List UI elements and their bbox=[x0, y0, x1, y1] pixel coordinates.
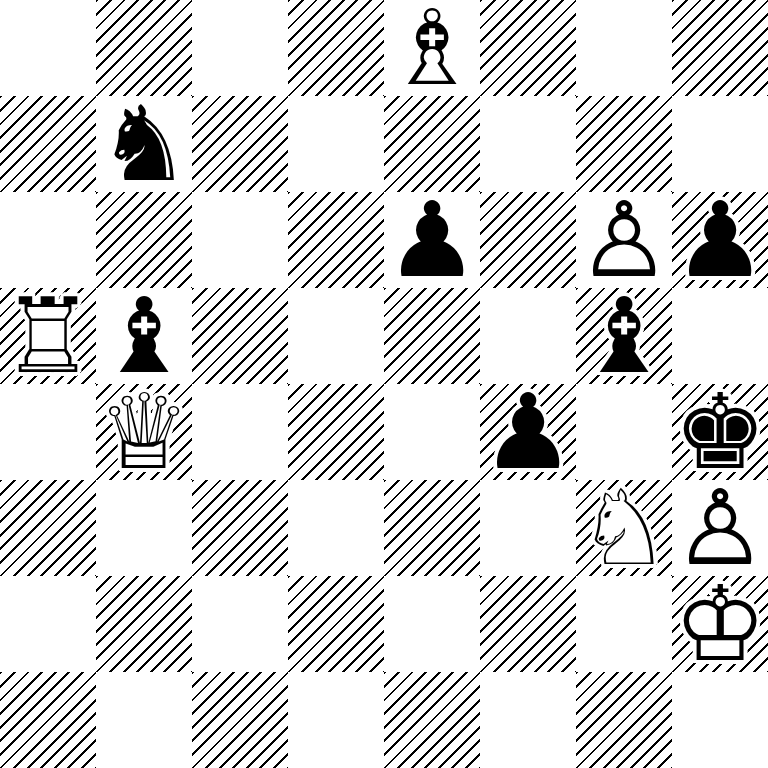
square-d8[interactable] bbox=[288, 0, 384, 96]
square-f8[interactable] bbox=[480, 0, 576, 96]
piece-black-pawn[interactable]: ♟♟ bbox=[480, 384, 576, 480]
square-d5[interactable] bbox=[288, 288, 384, 384]
square-a8[interactable] bbox=[0, 0, 96, 96]
square-c4[interactable] bbox=[192, 384, 288, 480]
piece-black-pawn[interactable]: ♟♟ bbox=[384, 192, 480, 288]
piece-white-pawn[interactable]: ♟♙ bbox=[672, 480, 768, 576]
square-b8[interactable] bbox=[96, 0, 192, 96]
square-c8[interactable] bbox=[192, 0, 288, 96]
piece-white-knight[interactable]: ♞♘ bbox=[576, 480, 672, 576]
square-f4[interactable]: ♟♟ bbox=[480, 384, 576, 480]
square-f7[interactable] bbox=[480, 96, 576, 192]
piece-white-bishop[interactable]: ♝♗ bbox=[384, 0, 480, 96]
square-e5[interactable] bbox=[384, 288, 480, 384]
square-g4[interactable] bbox=[576, 384, 672, 480]
black-king-icon: ♚ bbox=[672, 384, 768, 480]
piece-black-bishop[interactable]: ♝♝ bbox=[96, 288, 192, 384]
square-d2[interactable] bbox=[288, 576, 384, 672]
square-d6[interactable] bbox=[288, 192, 384, 288]
square-h8[interactable] bbox=[672, 0, 768, 96]
piece-white-king[interactable]: ♚♔ bbox=[672, 576, 768, 672]
piece-white-pawn[interactable]: ♟♙ bbox=[576, 192, 672, 288]
black-pawn-icon: ♟ bbox=[384, 192, 480, 288]
square-f1[interactable] bbox=[480, 672, 576, 768]
square-g7[interactable] bbox=[576, 96, 672, 192]
square-c1[interactable] bbox=[192, 672, 288, 768]
square-h2[interactable]: ♚♔ bbox=[672, 576, 768, 672]
square-d7[interactable] bbox=[288, 96, 384, 192]
white-rook-icon: ♖ bbox=[0, 288, 96, 384]
white-knight-icon: ♘ bbox=[576, 480, 672, 576]
piece-black-knight[interactable]: ♞♞ bbox=[96, 96, 192, 192]
square-e8[interactable]: ♝♗ bbox=[384, 0, 480, 96]
square-a4[interactable] bbox=[0, 384, 96, 480]
square-b6[interactable] bbox=[96, 192, 192, 288]
white-bishop-icon: ♗ bbox=[384, 0, 480, 96]
square-d4[interactable] bbox=[288, 384, 384, 480]
square-a2[interactable] bbox=[0, 576, 96, 672]
square-e3[interactable] bbox=[384, 480, 480, 576]
white-pawn-icon: ♙ bbox=[576, 192, 672, 288]
square-h3[interactable]: ♟♙ bbox=[672, 480, 768, 576]
piece-black-king[interactable]: ♚♚ bbox=[672, 384, 768, 480]
square-c6[interactable] bbox=[192, 192, 288, 288]
square-f3[interactable] bbox=[480, 480, 576, 576]
square-a1[interactable] bbox=[0, 672, 96, 768]
square-g8[interactable] bbox=[576, 0, 672, 96]
white-king-icon: ♔ bbox=[672, 576, 768, 672]
square-c5[interactable] bbox=[192, 288, 288, 384]
square-f6[interactable] bbox=[480, 192, 576, 288]
piece-white-rook[interactable]: ♜♖ bbox=[0, 288, 96, 384]
square-g5[interactable]: ♝♝ bbox=[576, 288, 672, 384]
square-e1[interactable] bbox=[384, 672, 480, 768]
square-a5[interactable]: ♜♖ bbox=[0, 288, 96, 384]
square-h7[interactable] bbox=[672, 96, 768, 192]
square-h4[interactable]: ♚♚ bbox=[672, 384, 768, 480]
white-pawn-icon: ♙ bbox=[672, 480, 768, 576]
square-a3[interactable] bbox=[0, 480, 96, 576]
piece-black-bishop[interactable]: ♝♝ bbox=[576, 288, 672, 384]
square-b2[interactable] bbox=[96, 576, 192, 672]
square-h6[interactable]: ♟♟ bbox=[672, 192, 768, 288]
square-e6[interactable]: ♟♟ bbox=[384, 192, 480, 288]
square-g6[interactable]: ♟♙ bbox=[576, 192, 672, 288]
square-c2[interactable] bbox=[192, 576, 288, 672]
square-g1[interactable] bbox=[576, 672, 672, 768]
square-d1[interactable] bbox=[288, 672, 384, 768]
square-h5[interactable] bbox=[672, 288, 768, 384]
square-e2[interactable] bbox=[384, 576, 480, 672]
black-bishop-icon: ♝ bbox=[96, 288, 192, 384]
square-h1[interactable] bbox=[672, 672, 768, 768]
black-knight-icon: ♞ bbox=[96, 96, 192, 192]
black-bishop-icon: ♝ bbox=[576, 288, 672, 384]
square-c7[interactable] bbox=[192, 96, 288, 192]
square-g2[interactable] bbox=[576, 576, 672, 672]
square-b1[interactable] bbox=[96, 672, 192, 768]
square-a6[interactable] bbox=[0, 192, 96, 288]
white-queen-icon: ♕ bbox=[96, 384, 192, 480]
black-pawn-icon: ♟ bbox=[672, 192, 768, 288]
piece-white-queen[interactable]: ♛♕ bbox=[96, 384, 192, 480]
chess-board: ♝♗♞♞♟♟♟♙♟♟♜♖♝♝♝♝♛♕♟♟♚♚♞♘♟♙♚♔ bbox=[0, 0, 768, 768]
square-b4[interactable]: ♛♕ bbox=[96, 384, 192, 480]
piece-black-pawn[interactable]: ♟♟ bbox=[672, 192, 768, 288]
square-e4[interactable] bbox=[384, 384, 480, 480]
square-d3[interactable] bbox=[288, 480, 384, 576]
square-e7[interactable] bbox=[384, 96, 480, 192]
square-f2[interactable] bbox=[480, 576, 576, 672]
black-pawn-icon: ♟ bbox=[480, 384, 576, 480]
square-b5[interactable]: ♝♝ bbox=[96, 288, 192, 384]
square-b7[interactable]: ♞♞ bbox=[96, 96, 192, 192]
square-f5[interactable] bbox=[480, 288, 576, 384]
square-a7[interactable] bbox=[0, 96, 96, 192]
square-b3[interactable] bbox=[96, 480, 192, 576]
square-c3[interactable] bbox=[192, 480, 288, 576]
square-g3[interactable]: ♞♘ bbox=[576, 480, 672, 576]
